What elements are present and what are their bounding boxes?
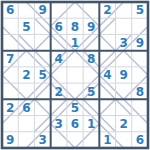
cell-r2c7[interactable] [99,18,115,34]
cell-r9c3[interactable] [34,132,50,148]
cell-r6c6[interactable] [83,83,99,99]
cell-r4c9[interactable] [132,51,148,67]
cell-r8c7[interactable] [99,116,115,132]
cell-r6c3[interactable] [34,83,50,99]
sudoku-board: 69255689139748254925826536129316 [0,0,150,150]
cell-r9c4[interactable] [51,132,67,148]
cell-r9c5[interactable] [67,132,83,148]
cell-r2c5[interactable] [67,18,83,34]
cell-targets [2,2,148,148]
cell-r4c2[interactable] [18,51,34,67]
cell-r4c1[interactable] [2,51,18,67]
sudoku-app: 69255689139748254925826536129316 [0,0,150,150]
cell-r8c3[interactable] [34,116,50,132]
cell-r2c2[interactable] [18,18,34,34]
cell-r8c1[interactable] [2,116,18,132]
cell-r1c4[interactable] [51,2,67,18]
cell-r2c9[interactable] [132,18,148,34]
cell-r4c4[interactable] [51,51,67,67]
cell-r5c2[interactable] [18,67,34,83]
cell-r2c6[interactable] [83,18,99,34]
cell-r6c7[interactable] [99,83,115,99]
cell-r1c9[interactable] [132,2,148,18]
cell-r7c7[interactable] [99,99,115,115]
cell-r5c8[interactable] [116,67,132,83]
cell-r2c1[interactable] [2,18,18,34]
cell-r6c1[interactable] [2,83,18,99]
cell-r9c9[interactable] [132,132,148,148]
cell-r2c8[interactable] [116,18,132,34]
cell-r9c1[interactable] [2,132,18,148]
cell-r9c7[interactable] [99,132,115,148]
cell-r8c2[interactable] [18,116,34,132]
cell-r4c6[interactable] [83,51,99,67]
cell-r7c9[interactable] [132,99,148,115]
cell-r9c2[interactable] [18,132,34,148]
cell-r5c1[interactable] [2,67,18,83]
cell-r9c6[interactable] [83,132,99,148]
cell-r5c4[interactable] [51,67,67,83]
cell-r7c1[interactable] [2,99,18,115]
cell-r5c6[interactable] [83,67,99,83]
cell-r3c1[interactable] [2,34,18,50]
cell-r3c6[interactable] [83,34,99,50]
cell-r3c8[interactable] [116,34,132,50]
cell-r5c9[interactable] [132,67,148,83]
cell-r7c3[interactable] [34,99,50,115]
cell-r4c3[interactable] [34,51,50,67]
cell-r8c9[interactable] [132,116,148,132]
cell-r5c3[interactable] [34,67,50,83]
cell-r8c8[interactable] [116,116,132,132]
cell-r7c2[interactable] [18,99,34,115]
cell-r6c5[interactable] [67,83,83,99]
cell-r1c2[interactable] [18,2,34,18]
cell-r5c7[interactable] [99,67,115,83]
cell-r7c5[interactable] [67,99,83,115]
cell-r7c6[interactable] [83,99,99,115]
cell-r3c4[interactable] [51,34,67,50]
cell-r2c4[interactable] [51,18,67,34]
cell-r8c4[interactable] [51,116,67,132]
cell-r1c6[interactable] [83,2,99,18]
cell-r3c5[interactable] [67,34,83,50]
cell-r3c9[interactable] [132,34,148,50]
cell-r1c3[interactable] [34,2,50,18]
cell-r4c5[interactable] [67,51,83,67]
cell-r4c7[interactable] [99,51,115,67]
cell-r6c8[interactable] [116,83,132,99]
cell-r6c2[interactable] [18,83,34,99]
cell-r8c6[interactable] [83,116,99,132]
cell-r9c8[interactable] [116,132,132,148]
cell-r1c7[interactable] [99,2,115,18]
cell-r1c8[interactable] [116,2,132,18]
cell-r4c8[interactable] [116,51,132,67]
cell-r6c4[interactable] [51,83,67,99]
cell-r7c8[interactable] [116,99,132,115]
cell-r8c5[interactable] [67,116,83,132]
cell-r1c5[interactable] [67,2,83,18]
cell-r3c7[interactable] [99,34,115,50]
cell-r3c3[interactable] [34,34,50,50]
cell-r1c1[interactable] [2,2,18,18]
cell-r7c4[interactable] [51,99,67,115]
cell-r5c5[interactable] [67,67,83,83]
cell-r3c2[interactable] [18,34,34,50]
cell-r2c3[interactable] [34,18,50,34]
cell-r6c9[interactable] [132,83,148,99]
